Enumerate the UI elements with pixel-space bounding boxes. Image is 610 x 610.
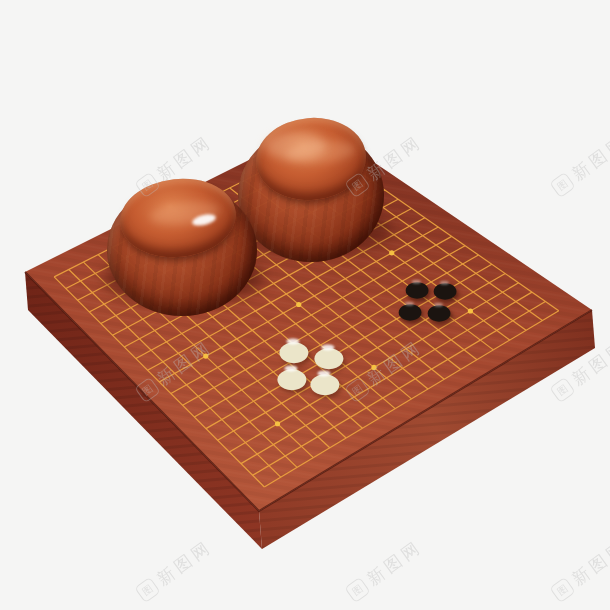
black-stone: ●	[426, 297, 452, 327]
white-stone: ●	[275, 358, 308, 396]
stone-bowl-right	[236, 116, 386, 266]
stone-bowl-left	[106, 175, 258, 317]
black-stone: ●	[397, 296, 423, 326]
go-board-product-photo: ●●●●●●●● 图新图网图新图网图新图网图新图网图新图网图新图网图新图网图新图…	[0, 0, 610, 610]
white-stone: ●	[308, 363, 341, 401]
go-board	[0, 0, 610, 610]
